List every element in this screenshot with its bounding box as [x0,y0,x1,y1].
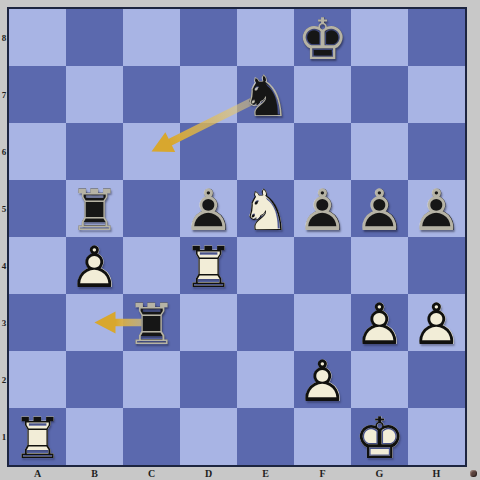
white-pawn-outline: ♙ [351,294,408,351]
white-knight-outline: ♘ [237,180,294,237]
white-pawn-outline: ♙ [66,237,123,294]
file-label-g: G [351,466,408,480]
square-c7[interactable] [123,66,180,123]
piece-black-pawn-h5[interactable]: ♟♙ [408,180,465,237]
black-pawn-outline: ♙ [294,180,351,237]
piece-white-pawn-f2[interactable]: ♟♙ [294,351,351,408]
square-g3[interactable]: ♟♙ [351,294,408,351]
square-c4[interactable] [123,237,180,294]
square-b8[interactable] [66,9,123,66]
square-h5[interactable]: ♟♙ [408,180,465,237]
rank-label-8: 8 [0,9,8,66]
white-king-outline: ♔ [351,408,408,465]
square-h4[interactable] [408,237,465,294]
square-h1[interactable] [408,408,465,465]
square-c5[interactable] [123,180,180,237]
square-f7[interactable] [294,66,351,123]
square-c3[interactable]: ♜♖ [123,294,180,351]
piece-white-rook-a1[interactable]: ♜♖ [9,408,66,465]
square-h2[interactable] [408,351,465,408]
corner-grip-dot [470,470,477,477]
square-g8[interactable] [351,9,408,66]
piece-white-pawn-h3[interactable]: ♟♙ [408,294,465,351]
black-king-outline: ♔ [294,9,351,66]
file-label-e: E [237,466,294,480]
white-pawn-outline: ♙ [408,294,465,351]
square-g6[interactable] [351,123,408,180]
file-label-c: C [123,466,180,480]
rank-label-5: 5 [0,180,8,237]
square-g4[interactable] [351,237,408,294]
square-h6[interactable] [408,123,465,180]
piece-white-pawn-g3[interactable]: ♟♙ [351,294,408,351]
square-c6[interactable] [123,123,180,180]
square-f8[interactable]: ♚♔ [294,9,351,66]
square-c1[interactable] [123,408,180,465]
square-e8[interactable] [237,9,294,66]
piece-black-pawn-d5[interactable]: ♟♙ [180,180,237,237]
square-e2[interactable] [237,351,294,408]
file-label-f: F [294,466,351,480]
square-f3[interactable] [294,294,351,351]
white-rook-outline: ♖ [180,237,237,294]
black-pawn-outline: ♙ [351,180,408,237]
square-b5[interactable]: ♜♖ [66,180,123,237]
board-frame: ♚♔♞♘♜♖♟♙♞♘♟♙♟♙♟♙♟♙♜♖♜♖♟♙♟♙♟♙♜♖♚♔ [7,7,467,467]
square-e6[interactable] [237,123,294,180]
rank-label-6: 6 [0,123,8,180]
square-f2[interactable]: ♟♙ [294,351,351,408]
square-f6[interactable] [294,123,351,180]
piece-white-rook-d4[interactable]: ♜♖ [180,237,237,294]
square-d7[interactable] [180,66,237,123]
square-a2[interactable] [9,351,66,408]
square-h7[interactable] [408,66,465,123]
square-h8[interactable] [408,9,465,66]
rank-labels: 87654321 [0,9,8,465]
square-a4[interactable] [9,237,66,294]
square-d8[interactable] [180,9,237,66]
square-f1[interactable] [294,408,351,465]
black-knight-outline: ♘ [237,66,294,123]
square-e7[interactable]: ♞♘ [237,66,294,123]
piece-black-pawn-g5[interactable]: ♟♙ [351,180,408,237]
piece-white-knight-e5[interactable]: ♞♘ [237,180,294,237]
file-label-d: D [180,466,237,480]
file-label-b: B [66,466,123,480]
piece-black-rook-b5[interactable]: ♜♖ [66,180,123,237]
square-g5[interactable]: ♟♙ [351,180,408,237]
square-d2[interactable] [180,351,237,408]
piece-black-rook-c3[interactable]: ♜♖ [123,294,180,351]
square-g7[interactable] [351,66,408,123]
square-f4[interactable] [294,237,351,294]
square-d5[interactable]: ♟♙ [180,180,237,237]
square-b6[interactable] [66,123,123,180]
rank-label-4: 4 [0,237,8,294]
square-d1[interactable] [180,408,237,465]
square-e1[interactable] [237,408,294,465]
piece-white-pawn-b4[interactable]: ♟♙ [66,237,123,294]
square-e5[interactable]: ♞♘ [237,180,294,237]
square-a7[interactable] [9,66,66,123]
square-d6[interactable] [180,123,237,180]
file-label-h: H [408,466,465,480]
square-e4[interactable] [237,237,294,294]
black-rook-outline: ♖ [66,180,123,237]
square-a3[interactable] [9,294,66,351]
square-d4[interactable]: ♜♖ [180,237,237,294]
square-a6[interactable] [9,123,66,180]
square-a1[interactable]: ♜♖ [9,408,66,465]
piece-black-king-f8[interactable]: ♚♔ [294,9,351,66]
square-g1[interactable]: ♚♔ [351,408,408,465]
square-b4[interactable]: ♟♙ [66,237,123,294]
square-d3[interactable] [180,294,237,351]
rank-label-7: 7 [0,66,8,123]
square-f5[interactable]: ♟♙ [294,180,351,237]
square-e3[interactable] [237,294,294,351]
white-rook-outline: ♖ [9,408,66,465]
square-c8[interactable] [123,9,180,66]
square-b1[interactable] [66,408,123,465]
square-b7[interactable] [66,66,123,123]
chess-board[interactable]: ♚♔♞♘♜♖♟♙♞♘♟♙♟♙♟♙♟♙♜♖♜♖♟♙♟♙♟♙♜♖♚♔ [9,9,465,465]
file-labels: ABCDEFGH [9,466,465,480]
square-a8[interactable] [9,9,66,66]
black-pawn-outline: ♙ [180,180,237,237]
white-pawn-outline: ♙ [294,351,351,408]
square-a5[interactable] [9,180,66,237]
square-g2[interactable] [351,351,408,408]
rank-label-3: 3 [0,294,8,351]
file-label-a: A [9,466,66,480]
square-c2[interactable] [123,351,180,408]
rank-label-1: 1 [0,408,8,465]
black-pawn-outline: ♙ [408,180,465,237]
black-rook-outline: ♖ [123,294,180,351]
square-b2[interactable] [66,351,123,408]
piece-black-knight-e7[interactable]: ♞♘ [237,66,294,123]
piece-white-king-g1[interactable]: ♚♔ [351,408,408,465]
square-h3[interactable]: ♟♙ [408,294,465,351]
chess-app-window: ♚♔♞♘♜♖♟♙♞♘♟♙♟♙♟♙♟♙♜♖♜♖♟♙♟♙♟♙♜♖♚♔ 8765432… [0,0,480,480]
rank-label-2: 2 [0,351,8,408]
piece-black-pawn-f5[interactable]: ♟♙ [294,180,351,237]
square-b3[interactable] [66,294,123,351]
